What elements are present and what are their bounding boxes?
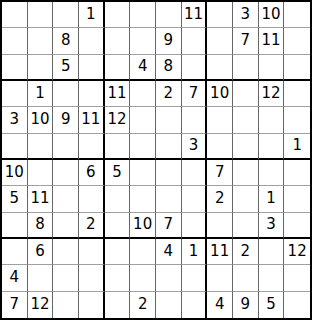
cell-r8c8[interactable] [182,186,208,212]
given-digit-r8c2[interactable]: 11 [28,186,54,212]
cell-r11c6[interactable] [130,265,156,291]
cell-r1c3[interactable] [53,2,79,28]
given-digit-r2c7[interactable]: 9 [156,28,182,54]
cell-r10c6[interactable] [130,239,156,265]
cell-r11c5[interactable] [105,265,131,291]
cell-r5c10[interactable] [233,107,259,133]
cell-r5c8[interactable] [182,107,208,133]
given-digit-r2c3[interactable]: 8 [53,28,79,54]
cell-r1c2[interactable] [28,2,54,28]
cell-r12c4[interactable] [79,292,105,318]
cell-r11c12[interactable] [284,265,310,291]
cell-r12c5[interactable] [105,292,131,318]
cell-r4c12[interactable] [284,81,310,107]
cell-r2c12[interactable] [284,28,310,54]
cell-r5c11[interactable] [259,107,285,133]
cell-r7c6[interactable] [130,160,156,186]
cell-r5c7[interactable] [156,107,182,133]
given-digit-r10c7[interactable]: 4 [156,239,182,265]
given-digit-r8c9[interactable]: 2 [207,186,233,212]
cell-r12c12[interactable] [284,292,310,318]
cell-r7c8[interactable] [182,160,208,186]
given-digit-r2c10[interactable]: 7 [233,28,259,54]
cell-r7c7[interactable] [156,160,182,186]
cell-r6c2[interactable] [28,134,54,160]
given-digit-r10c2[interactable]: 6 [28,239,54,265]
cell-r9c5[interactable] [105,213,131,239]
cell-r10c5[interactable] [105,239,131,265]
cell-r3c12[interactable] [284,55,310,81]
cell-r3c2[interactable] [28,55,54,81]
cell-r6c7[interactable] [156,134,182,160]
given-digit-r9c2[interactable]: 8 [28,213,54,239]
given-digit-r7c9[interactable]: 7 [207,160,233,186]
cell-r12c8[interactable] [182,292,208,318]
given-digit-r12c9[interactable]: 4 [207,292,233,318]
cell-r6c11[interactable] [259,134,285,160]
given-digit-r9c7[interactable]: 7 [156,213,182,239]
given-digit-r6c8[interactable]: 3 [182,134,208,160]
given-digit-r12c2[interactable]: 12 [28,292,54,318]
cell-r7c11[interactable] [259,160,285,186]
cell-r9c9[interactable] [207,213,233,239]
cell-r6c1[interactable] [2,134,28,160]
given-digit-r5c4[interactable]: 11 [79,107,105,133]
cell-r2c1[interactable] [2,28,28,54]
cell-r3c1[interactable] [2,55,28,81]
given-digit-r4c7[interactable]: 2 [156,81,182,107]
cell-r8c6[interactable] [130,186,156,212]
cell-r11c4[interactable] [79,265,105,291]
cell-r8c4[interactable] [79,186,105,212]
cell-r2c2[interactable] [28,28,54,54]
cell-r9c3[interactable] [53,213,79,239]
given-digit-r12c10[interactable]: 9 [233,292,259,318]
cell-r8c10[interactable] [233,186,259,212]
given-digit-r9c6[interactable]: 10 [130,213,156,239]
given-digit-r5c2[interactable]: 10 [28,107,54,133]
cell-r10c4[interactable] [79,239,105,265]
sudoku-board: 1113108971154811127101231091112311065751… [0,0,312,320]
cell-r9c1[interactable] [2,213,28,239]
given-digit-r5c3[interactable]: 9 [53,107,79,133]
cell-r11c10[interactable] [233,265,259,291]
given-digit-r8c1[interactable]: 5 [2,186,28,212]
given-digit-r7c4[interactable]: 6 [79,160,105,186]
cell-r7c3[interactable] [53,160,79,186]
cell-r6c4[interactable] [79,134,105,160]
cell-r11c2[interactable] [28,265,54,291]
cell-r7c2[interactable] [28,160,54,186]
cell-r8c7[interactable] [156,186,182,212]
cell-r6c5[interactable] [105,134,131,160]
cell-r11c3[interactable] [53,265,79,291]
given-digit-r3c7[interactable]: 8 [156,55,182,81]
cell-r8c12[interactable] [284,186,310,212]
given-digit-r4c8[interactable]: 7 [182,81,208,107]
given-digit-r7c1[interactable]: 10 [2,160,28,186]
given-digit-r7c5[interactable]: 5 [105,160,131,186]
cell-r1c12[interactable] [284,2,310,28]
given-digit-r4c5[interactable]: 11 [105,81,131,107]
cell-r8c5[interactable] [105,186,131,212]
given-digit-r12c1[interactable]: 7 [2,292,28,318]
given-digit-r1c10[interactable]: 3 [233,2,259,28]
cell-r9c8[interactable] [182,213,208,239]
cell-r4c3[interactable] [53,81,79,107]
cell-r7c12[interactable] [284,160,310,186]
given-digit-r10c12[interactable]: 12 [284,239,310,265]
cell-r3c11[interactable] [259,55,285,81]
given-digit-r10c8[interactable]: 1 [182,239,208,265]
cell-r9c12[interactable] [284,213,310,239]
cell-r1c7[interactable] [156,2,182,28]
cell-r10c1[interactable] [2,239,28,265]
cell-r3c10[interactable] [233,55,259,81]
given-digit-r6c12[interactable]: 1 [284,134,310,160]
given-digit-r5c1[interactable]: 3 [2,107,28,133]
cell-r5c12[interactable] [284,107,310,133]
cell-r1c5[interactable] [105,2,131,28]
cell-r11c7[interactable] [156,265,182,291]
cell-r11c11[interactable] [259,265,285,291]
cell-r7c10[interactable] [233,160,259,186]
cell-r6c10[interactable] [233,134,259,160]
given-digit-r8c11[interactable]: 1 [259,186,285,212]
cell-r2c9[interactable] [207,28,233,54]
cell-r8c3[interactable] [53,186,79,212]
given-digit-r5c5[interactable]: 12 [105,107,131,133]
cell-r4c4[interactable] [79,81,105,107]
cell-r2c5[interactable] [105,28,131,54]
cell-r1c6[interactable] [130,2,156,28]
cell-r3c8[interactable] [182,55,208,81]
given-digit-r9c11[interactable]: 3 [259,213,285,239]
cell-r9c10[interactable] [233,213,259,239]
cell-r3c9[interactable] [207,55,233,81]
cell-r1c9[interactable] [207,2,233,28]
given-digit-r1c8[interactable]: 11 [182,2,208,28]
given-digit-r10c9[interactable]: 11 [207,239,233,265]
cell-r11c8[interactable] [182,265,208,291]
given-digit-r10c10[interactable]: 2 [233,239,259,265]
given-digit-r4c11[interactable]: 12 [259,81,285,107]
cell-r10c11[interactable] [259,239,285,265]
given-digit-r3c6[interactable]: 4 [130,55,156,81]
given-digit-r11c1[interactable]: 4 [2,265,28,291]
given-digit-r9c4[interactable]: 2 [79,213,105,239]
cell-r6c9[interactable] [207,134,233,160]
cell-r3c5[interactable] [105,55,131,81]
given-digit-r12c11[interactable]: 5 [259,292,285,318]
given-digit-r3c3[interactable]: 5 [53,55,79,81]
cell-r5c9[interactable] [207,107,233,133]
given-digit-r12c6[interactable]: 2 [130,292,156,318]
cell-r12c7[interactable] [156,292,182,318]
given-digit-r4c2[interactable]: 1 [28,81,54,107]
given-digit-r1c4[interactable]: 1 [79,2,105,28]
given-digit-r1c11[interactable]: 10 [259,2,285,28]
cell-r6c3[interactable] [53,134,79,160]
cell-r6c6[interactable] [130,134,156,160]
cell-r3c4[interactable] [79,55,105,81]
cell-r5c6[interactable] [130,107,156,133]
given-digit-r2c11[interactable]: 11 [259,28,285,54]
cell-r12c3[interactable] [53,292,79,318]
cell-r2c4[interactable] [79,28,105,54]
cell-r11c9[interactable] [207,265,233,291]
cell-r4c1[interactable] [2,81,28,107]
cell-r2c8[interactable] [182,28,208,54]
cell-r1c1[interactable] [2,2,28,28]
cell-r4c6[interactable] [130,81,156,107]
cell-r2c6[interactable] [130,28,156,54]
cell-r10c3[interactable] [53,239,79,265]
given-digit-r4c9[interactable]: 10 [207,81,233,107]
cell-r4c10[interactable] [233,81,259,107]
